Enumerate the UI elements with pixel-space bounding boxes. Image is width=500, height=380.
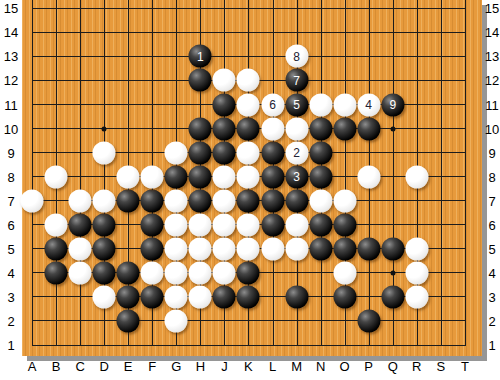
row-label-left-14: 14 [4,25,18,40]
col-label-K: K [244,359,253,374]
black-stone-L8 [261,165,284,188]
black-stone-O3 [333,285,356,308]
black-stone-N10 [309,117,332,140]
col-label-T: T [461,359,469,374]
row-label-left-7: 7 [7,193,14,208]
black-stone-Q3 [381,285,404,308]
black-stone-M12: 7 [285,69,308,92]
move-number-label: 4 [365,99,372,111]
black-stone-O10 [333,117,356,140]
white-stone-F4 [141,261,164,284]
white-stone-M13: 8 [285,45,308,68]
white-stone-J8 [213,165,236,188]
white-stone-H6 [189,213,212,236]
black-stone-C6 [69,213,92,236]
white-stone-G2 [165,309,188,332]
white-stone-F8 [141,165,164,188]
black-stone-J3 [213,285,236,308]
move-number-label: 6 [269,99,276,111]
black-stone-B5 [45,237,68,260]
white-stone-G7 [165,189,188,212]
black-stone-Q5 [381,237,404,260]
grid-line-col-S [441,0,442,346]
black-stone-H9 [189,141,212,164]
row-label-left-3: 3 [7,289,14,304]
row-label-right-3: 3 [488,289,495,304]
go-board-surface[interactable]: 175938642 [22,0,482,356]
white-stone-E8 [117,165,140,188]
col-label-C: C [75,359,84,374]
white-stone-R3 [405,285,428,308]
black-stone-M11: 5 [285,93,308,116]
row-label-left-9: 9 [7,145,14,160]
white-stone-B8 [45,165,68,188]
row-label-right-12: 12 [485,73,499,88]
black-stone-M8: 3 [285,165,308,188]
black-stone-K7 [237,189,260,212]
black-stone-J9 [213,141,236,164]
black-stone-L7 [261,189,284,212]
black-stone-F7 [141,189,164,212]
col-label-P: P [364,359,373,374]
white-stone-P8 [357,165,380,188]
go-game-diagram: 175938642 151413121110987654321 15141312… [0,0,500,380]
row-label-left-13: 13 [4,49,18,64]
black-stone-D4 [93,261,116,284]
black-stone-N8 [309,165,332,188]
black-stone-L9 [261,141,284,164]
col-label-S: S [437,359,446,374]
row-label-right-11: 11 [485,97,499,112]
white-stone-D3 [93,285,116,308]
black-stone-Q11: 9 [381,93,404,116]
white-stone-J4 [213,261,236,284]
black-stone-N9 [309,141,332,164]
black-stone-D6 [93,213,116,236]
white-stone-M5 [285,237,308,260]
row-label-left-6: 6 [7,217,14,232]
white-stone-K9 [237,141,260,164]
black-stone-E4 [117,261,140,284]
white-stone-N11 [309,93,332,116]
black-stone-F6 [141,213,164,236]
white-stone-K5 [237,237,260,260]
col-label-Q: Q [388,359,398,374]
grid-line-col-T [465,0,466,346]
white-stone-H3 [189,285,212,308]
row-label-right-10: 10 [485,121,499,136]
star-point-Q4 [390,270,395,275]
row-label-right-6: 6 [488,217,495,232]
white-stone-G4 [165,261,188,284]
star-point-D10 [102,126,107,131]
black-stone-J10 [213,117,236,140]
black-stone-P10 [357,117,380,140]
grid-line-col-A [32,0,33,346]
white-stone-J6 [213,213,236,236]
col-label-E: E [124,359,133,374]
white-stone-J12 [213,69,236,92]
white-stone-H4 [189,261,212,284]
white-stone-J7 [213,189,236,212]
black-stone-M3 [285,285,308,308]
black-stone-O6 [333,213,356,236]
black-stone-F5 [141,237,164,260]
move-number-label: 1 [197,50,204,62]
black-stone-J11 [213,93,236,116]
black-stone-H13: 1 [189,45,212,68]
white-stone-R4 [405,261,428,284]
move-number-label: 3 [293,171,300,183]
black-stone-E3 [117,285,140,308]
move-number-label: 9 [389,99,396,111]
star-point-Q10 [390,126,395,131]
row-label-right-4: 4 [488,265,495,280]
row-label-right-13: 13 [485,49,499,64]
white-stone-K11 [237,93,260,116]
white-stone-K8 [237,165,260,188]
white-stone-R5 [405,237,428,260]
black-stone-N6 [309,213,332,236]
white-stone-G5 [165,237,188,260]
white-stone-L10 [261,117,284,140]
col-label-L: L [269,359,276,374]
row-label-right-7: 7 [488,193,495,208]
col-label-J: J [221,359,228,374]
white-stone-H5 [189,237,212,260]
white-stone-M10 [285,117,308,140]
black-stone-K3 [237,285,260,308]
row-label-right-15: 15 [485,1,499,16]
white-stone-G9 [165,141,188,164]
row-label-left-8: 8 [7,169,14,184]
black-stone-H12 [189,69,212,92]
grid-line-row-14 [32,32,466,33]
black-stone-E2 [117,309,140,332]
white-stone-D9 [93,141,116,164]
col-label-B: B [52,359,61,374]
black-stone-M7 [285,189,308,212]
move-number-label: 7 [293,74,300,86]
white-stone-O7 [333,189,356,212]
row-label-right-2: 2 [488,313,495,328]
move-number-label: 8 [293,50,300,62]
black-stone-D5 [93,237,116,260]
white-stone-G3 [165,285,188,308]
row-label-left-2: 2 [7,313,14,328]
row-label-left-4: 4 [7,265,14,280]
row-label-right-8: 8 [488,169,495,184]
col-label-H: H [196,359,205,374]
white-stone-C7 [69,189,92,212]
white-stone-K12 [237,69,260,92]
white-stone-O4 [333,261,356,284]
row-label-left-11: 11 [4,97,18,112]
row-label-right-9: 9 [488,145,495,160]
grid-line-row-1 [32,345,466,346]
grid-line-row-2 [32,320,466,321]
white-stone-R8 [405,165,428,188]
white-stone-L11: 6 [261,93,284,116]
grid-line-row-15 [32,8,466,9]
col-label-G: G [171,359,181,374]
white-stone-N7 [309,189,332,212]
move-number-label: 2 [293,147,300,159]
row-label-right-5: 5 [488,241,495,256]
white-stone-C5 [69,237,92,260]
col-label-A: A [28,359,37,374]
black-stone-H7 [189,189,212,212]
black-stone-K4 [237,261,260,284]
grid-line-row-13 [32,56,466,57]
black-stone-H8 [189,165,212,188]
black-stone-B4 [45,261,68,284]
col-label-F: F [148,359,156,374]
row-label-right-14: 14 [485,25,499,40]
row-label-left-1: 1 [7,338,14,353]
white-stone-M9: 2 [285,141,308,164]
col-label-R: R [412,359,421,374]
white-stone-L5 [261,237,284,260]
row-label-left-12: 12 [4,73,18,88]
row-label-left-15: 15 [4,1,18,16]
white-stone-K6 [237,213,260,236]
black-stone-O5 [333,237,356,260]
black-stone-H10 [189,117,212,140]
row-label-right-1: 1 [488,338,495,353]
black-stone-E7 [117,189,140,212]
white-stone-J5 [213,237,236,260]
white-stone-A7 [21,189,44,212]
black-stone-P2 [357,309,380,332]
white-stone-M6 [285,213,308,236]
black-stone-K10 [237,117,260,140]
black-stone-G8 [165,165,188,188]
white-stone-G6 [165,213,188,236]
row-label-left-5: 5 [7,241,14,256]
col-label-O: O [340,359,350,374]
col-label-M: M [291,359,302,374]
col-label-N: N [316,359,325,374]
white-stone-O11 [333,93,356,116]
move-number-label: 5 [293,99,300,111]
white-stone-B6 [45,213,68,236]
white-stone-C4 [69,261,92,284]
black-stone-L6 [261,213,284,236]
white-stone-D7 [93,189,116,212]
col-label-D: D [99,359,108,374]
black-stone-F3 [141,285,164,308]
row-label-left-10: 10 [4,121,18,136]
black-stone-N5 [309,237,332,260]
grid-line-col-C [80,0,81,346]
white-stone-P11: 4 [357,93,380,116]
black-stone-P5 [357,237,380,260]
